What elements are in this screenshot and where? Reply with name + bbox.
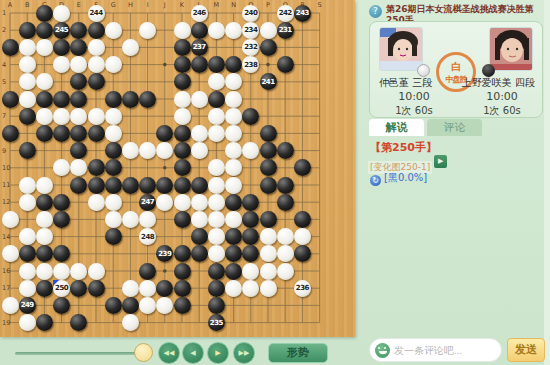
stone-M16 — [208, 263, 225, 280]
stone-B15 — [19, 245, 36, 262]
player-card: 白 中盘胜 仲邑堇 三段 上野爱咲美 四段 10:00 10:00 1次 60s… — [369, 21, 543, 118]
stone-K5 — [174, 73, 191, 90]
stone-H6 — [122, 91, 139, 108]
replay-toolbar: ◀◀ ◀ ▶ ▶▶ 形势 — [0, 337, 365, 365]
move-heading: 【第250手】 — [370, 140, 437, 155]
stone-Q14 — [277, 228, 294, 245]
stone-K17 — [174, 280, 191, 297]
stone-F3 — [88, 39, 105, 56]
stone-I11 — [139, 177, 156, 194]
stone-P17 — [260, 280, 277, 297]
stone-I16 — [139, 263, 156, 280]
stone-B9 — [19, 142, 36, 159]
stone-K15 — [174, 245, 191, 262]
stone-M2 — [208, 22, 225, 39]
stone-G8 — [105, 125, 122, 142]
row-label: 17 — [2, 284, 10, 292]
stone-K16 — [174, 263, 191, 280]
col-label: B — [25, 1, 29, 9]
stone-B2 — [19, 22, 36, 39]
stone-I12: 247 — [139, 194, 156, 211]
stone-R17: 236 — [294, 280, 311, 297]
stone-Q9 — [277, 142, 294, 159]
stone-E11 — [70, 177, 87, 194]
stone-P15 — [260, 245, 277, 262]
stone-F10 — [88, 159, 105, 176]
stone-F4 — [88, 56, 105, 73]
stone-A18 — [2, 297, 19, 314]
stone-Q12 — [277, 194, 294, 211]
stone-M18 — [208, 297, 225, 314]
stone-G7 — [105, 108, 122, 125]
stone-K9 — [174, 142, 191, 159]
stone-P9 — [260, 142, 277, 159]
stone-H9 — [122, 142, 139, 159]
stone-C3 — [36, 39, 53, 56]
right-player-byoyomi: 1次 60s — [472, 104, 532, 118]
stone-I6 — [139, 91, 156, 108]
stone-H11 — [122, 177, 139, 194]
stone-M7 — [208, 108, 225, 125]
col-label: P — [266, 1, 270, 9]
row-label: 1 — [2, 9, 6, 17]
stone-G18 — [105, 297, 122, 314]
stone-F7 — [88, 108, 105, 125]
stone-G6 — [105, 91, 122, 108]
stone-P5: 241 — [260, 73, 277, 90]
stone-A8 — [2, 125, 19, 142]
avatar-right-player — [489, 27, 533, 71]
stone-L9 — [191, 142, 208, 159]
stone-G4 — [105, 56, 122, 73]
go-app: { "game": "go", "board_size": 19, "colum… — [0, 0, 550, 365]
stone-A3 — [2, 39, 19, 56]
stone-B14 — [19, 228, 36, 245]
stone-Q2: 231 — [277, 22, 294, 39]
variation-row: [变化图250-1]▶ — [368, 155, 447, 168]
step-forward-button[interactable]: ▶ — [207, 342, 229, 364]
stone-E7 — [70, 108, 87, 125]
col-label: A — [8, 1, 12, 9]
right-player-time: 10:00 — [472, 90, 532, 103]
stone-N17 — [225, 280, 242, 297]
stone-C11 — [36, 177, 53, 194]
stone-I18 — [139, 297, 156, 314]
stone-M8 — [208, 125, 225, 142]
stone-C14 — [36, 228, 53, 245]
col-label: K — [180, 1, 184, 9]
stone-C8 — [36, 125, 53, 142]
stone-C7 — [36, 108, 53, 125]
winrate-refresh-icon[interactable]: ↻ — [370, 175, 381, 186]
move-slider-knob[interactable] — [134, 343, 153, 362]
stone-K11 — [174, 177, 191, 194]
stone-A13 — [2, 211, 19, 228]
stone-B11 — [19, 177, 36, 194]
col-label: J — [164, 1, 166, 9]
stone-C2 — [36, 22, 53, 39]
row-label: 2 — [2, 26, 6, 34]
stone-N7 — [225, 108, 242, 125]
stone-N12 — [225, 194, 242, 211]
stone-D6 — [53, 91, 70, 108]
tab-commentary[interactable]: 解说 — [369, 119, 424, 136]
stone-L13 — [191, 211, 208, 228]
stone-P14 — [260, 228, 277, 245]
stone-Q15 — [277, 245, 294, 262]
move-slider-track[interactable] — [15, 352, 145, 355]
stone-B16 — [19, 263, 36, 280]
stone-B6 — [19, 91, 36, 108]
stone-M19: 235 — [208, 314, 225, 331]
left-player-name: 仲邑堇 三段 — [379, 76, 432, 90]
stone-F16 — [88, 263, 105, 280]
stone-B19 — [19, 314, 36, 331]
stone-I2 — [139, 22, 156, 39]
stone-H13 — [122, 211, 139, 228]
stone-Q1: 242 — [277, 5, 294, 22]
stone-K10 — [174, 159, 191, 176]
stone-P13 — [260, 211, 277, 228]
stone-K4 — [174, 56, 191, 73]
col-label: S — [318, 1, 322, 9]
stone-E16 — [70, 263, 87, 280]
situation-button[interactable]: 形势 — [268, 343, 328, 363]
left-player-byoyomi: 1次 60s — [384, 104, 444, 118]
stone-G11 — [105, 177, 122, 194]
stamp-winner: 白 — [439, 60, 473, 74]
stone-N2 — [225, 22, 242, 39]
stone-R1: 243 — [294, 5, 311, 22]
stone-O1: 240 — [242, 5, 259, 22]
stone-N13 — [225, 211, 242, 228]
winrate-value: [黑0.0%] — [384, 172, 427, 183]
rewind-all-button[interactable]: ◀◀ — [158, 342, 180, 364]
avatar-left-player — [379, 27, 423, 71]
stone-D2: 245 — [53, 22, 70, 39]
stone-K3 — [174, 39, 191, 56]
stone-L1: 246 — [191, 5, 208, 22]
stone-O12 — [242, 194, 259, 211]
stone-L14 — [191, 228, 208, 245]
stone-H18 — [122, 297, 139, 314]
stone-D3 — [53, 39, 70, 56]
row-label: 4 — [2, 61, 6, 69]
stone-P10 — [260, 159, 277, 176]
go-board[interactable]: A1B2C3D4E5F6G7H8I9J10K11L12M13N14O15P16Q… — [0, 0, 355, 337]
stone-F1: 244 — [88, 5, 105, 22]
stone-E17 — [70, 280, 87, 297]
col-label: I — [147, 1, 149, 9]
right-player-name: 上野爱咲美 四段 — [462, 76, 535, 90]
stone-A6 — [2, 91, 19, 108]
stone-C13 — [36, 211, 53, 228]
forward-all-button[interactable]: ▶▶ — [233, 342, 255, 364]
stone-F2 — [88, 22, 105, 39]
stone-D1 — [53, 5, 70, 22]
stone-L12 — [191, 194, 208, 211]
col-label: H — [128, 1, 133, 9]
stone-L11 — [191, 177, 208, 194]
stone-Q11 — [277, 177, 294, 194]
stone-D18 — [53, 297, 70, 314]
stone-P8 — [260, 125, 277, 142]
stone-P2 — [260, 22, 277, 39]
row-label: 12 — [2, 198, 10, 206]
stone-L6 — [191, 91, 208, 108]
stone-O7 — [242, 108, 259, 125]
stone-L15 — [191, 245, 208, 262]
col-label: N — [231, 1, 236, 9]
stone-H17 — [122, 280, 139, 297]
stone-N16 — [225, 263, 242, 280]
stone-K12 — [174, 194, 191, 211]
stone-K18 — [174, 297, 191, 314]
stone-D16 — [53, 263, 70, 280]
row-label: 11 — [2, 181, 10, 189]
stone-J17 — [156, 280, 173, 297]
stone-P11 — [260, 177, 277, 194]
stone-C6 — [36, 91, 53, 108]
winrate-row: ↻[黑0.0%] — [370, 171, 427, 186]
row-label: 16 — [2, 267, 10, 275]
stone-F8 — [88, 125, 105, 142]
stone-B7 — [19, 108, 36, 125]
stone-D8 — [53, 125, 70, 142]
stone-Q4 — [277, 56, 294, 73]
col-label: M — [214, 1, 220, 9]
stone-G9 — [105, 142, 122, 159]
help-icon[interactable]: ? — [369, 5, 382, 18]
stone-B18: 249 — [19, 297, 36, 314]
stone-F17 — [88, 280, 105, 297]
send-button[interactable]: 发送 — [507, 338, 545, 362]
stone-L8 — [191, 125, 208, 142]
stone-O2: 234 — [242, 22, 259, 39]
stone-E2 — [70, 22, 87, 39]
stone-K13 — [174, 211, 191, 228]
last-move-marker — [53, 280, 59, 286]
comment-input-bar — [369, 338, 502, 362]
stone-L2 — [191, 22, 208, 39]
stone-M11 — [208, 177, 225, 194]
row-label: 19 — [2, 319, 10, 327]
stone-I13 — [139, 211, 156, 228]
step-back-button[interactable]: ◀ — [182, 342, 204, 364]
stone-N6 — [225, 91, 242, 108]
stone-A15 — [2, 245, 19, 262]
stone-F5 — [88, 73, 105, 90]
stone-M12 — [208, 194, 225, 211]
stone-O17 — [242, 280, 259, 297]
stone-G14 — [105, 228, 122, 245]
stone-N11 — [225, 177, 242, 194]
stone-K7 — [174, 108, 191, 125]
stone-D17: 250 — [53, 280, 70, 297]
variation-play-button[interactable]: ▶ — [434, 155, 447, 168]
stone-R13 — [294, 211, 311, 228]
stone-E6 — [70, 91, 87, 108]
scrollbar[interactable] — [544, 0, 550, 365]
stone-B4 — [19, 56, 36, 73]
row-label: 10 — [2, 164, 10, 172]
stone-I17 — [139, 280, 156, 297]
stone-B12 — [19, 194, 36, 211]
stone-H3 — [122, 39, 139, 56]
stone-M13 — [208, 211, 225, 228]
stone-B3 — [19, 39, 36, 56]
side-panel: ? 第26期日本女流棋圣战挑战赛决胜第250手 — [365, 0, 550, 365]
stone-M4 — [208, 56, 225, 73]
stone-F12 — [88, 194, 105, 211]
stone-B5 — [19, 73, 36, 90]
stone-F11 — [88, 177, 105, 194]
stone-G13 — [105, 211, 122, 228]
stone-J12 — [156, 194, 173, 211]
stone-K2 — [174, 22, 191, 39]
stone-M14 — [208, 228, 225, 245]
stone-O16 — [242, 263, 259, 280]
stone-J11 — [156, 177, 173, 194]
stone-Q16 — [277, 263, 294, 280]
stone-C1 — [36, 5, 53, 22]
stone-G12 — [105, 194, 122, 211]
stone-B17 — [19, 280, 36, 297]
comment-input[interactable] — [394, 339, 499, 361]
stone-M6 — [208, 91, 225, 108]
stone-C19 — [36, 314, 53, 331]
row-label: 9 — [2, 147, 6, 155]
stone-N8 — [225, 125, 242, 142]
stone-K8 — [174, 125, 191, 142]
tab-comments[interactable]: 评论 — [427, 119, 482, 136]
stone-L4 — [191, 56, 208, 73]
stone-C17 — [36, 280, 53, 297]
board-area: A1B2C3D4E5F6G7H8I9J10K11L12M13N14O15P16Q… — [0, 0, 365, 365]
stone-C12 — [36, 194, 53, 211]
stone-P16 — [260, 263, 277, 280]
stone-D12 — [53, 194, 70, 211]
stone-D7 — [53, 108, 70, 125]
row-label: 14 — [2, 233, 10, 241]
emoji-icon[interactable] — [375, 343, 390, 358]
stone-C16 — [36, 263, 53, 280]
stone-D13 — [53, 211, 70, 228]
stone-H19 — [122, 314, 139, 331]
stone-M17 — [208, 280, 225, 297]
stone-P3 — [260, 39, 277, 56]
stone-G2 — [105, 22, 122, 39]
row-label: 5 — [2, 78, 6, 86]
row-label: 7 — [2, 112, 6, 120]
left-player-time: 10:00 — [384, 90, 444, 103]
col-label: G — [111, 1, 116, 9]
stone-K6 — [174, 91, 191, 108]
col-label: E — [77, 1, 81, 9]
stone-G10 — [105, 159, 122, 176]
stone-L3: 237 — [191, 39, 208, 56]
stone-R14 — [294, 228, 311, 245]
